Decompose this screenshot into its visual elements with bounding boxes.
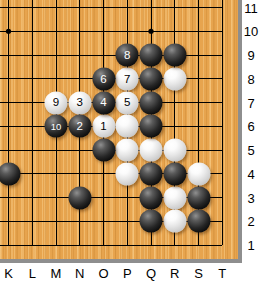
move-number-4: 4 bbox=[100, 97, 106, 109]
stone-black-o5[interactable] bbox=[92, 139, 115, 162]
star-point-q10 bbox=[148, 29, 153, 34]
go-board[interactable]: 93175102648 bbox=[0, 0, 238, 259]
star-point-k10 bbox=[6, 29, 11, 34]
stone-black-q8[interactable] bbox=[140, 67, 163, 90]
stone-black-n3[interactable] bbox=[68, 186, 91, 209]
coord-label-row-9: 9 bbox=[242, 48, 260, 63]
stone-white-r2[interactable] bbox=[163, 210, 186, 233]
stone-black-q6[interactable] bbox=[140, 115, 163, 138]
coord-label-col-o: O bbox=[98, 266, 108, 281]
stone-black-q3[interactable] bbox=[140, 186, 163, 209]
coord-label-row-6: 6 bbox=[242, 119, 260, 134]
stone-white-r3[interactable] bbox=[163, 186, 186, 209]
stone-black-q7[interactable] bbox=[140, 91, 163, 114]
stone-black-p9[interactable]: 8 bbox=[116, 44, 139, 67]
stone-white-p5[interactable] bbox=[116, 139, 139, 162]
coord-label-col-k: K bbox=[4, 266, 13, 281]
move-number-8: 8 bbox=[124, 49, 130, 61]
coord-label-row-3: 3 bbox=[242, 190, 260, 205]
stone-white-o6[interactable]: 1 bbox=[92, 115, 115, 138]
move-number-3: 3 bbox=[77, 97, 83, 109]
coord-label-row-2: 2 bbox=[242, 214, 260, 229]
coord-label-row-1: 1 bbox=[242, 238, 260, 253]
stone-black-r4[interactable] bbox=[163, 162, 186, 185]
coord-label-col-r: R bbox=[170, 266, 179, 281]
coord-label-row-8: 8 bbox=[242, 71, 260, 86]
stone-black-m6[interactable]: 10 bbox=[45, 115, 68, 138]
coord-label-col-q: Q bbox=[146, 266, 156, 281]
stone-white-n7[interactable]: 3 bbox=[68, 91, 91, 114]
move-number-10: 10 bbox=[51, 122, 62, 132]
coord-label-col-l: L bbox=[29, 266, 36, 281]
move-number-5: 5 bbox=[124, 97, 130, 109]
stone-black-s3[interactable] bbox=[187, 186, 210, 209]
stone-white-r5[interactable] bbox=[163, 139, 186, 162]
coord-label-row-7: 7 bbox=[242, 95, 260, 110]
stone-white-p4[interactable] bbox=[116, 162, 139, 185]
coord-label-row-10: 10 bbox=[242, 24, 260, 39]
stone-black-n6[interactable]: 2 bbox=[68, 115, 91, 138]
move-number-2: 2 bbox=[77, 121, 83, 133]
stone-white-p6[interactable] bbox=[116, 115, 139, 138]
move-number-6: 6 bbox=[100, 73, 106, 85]
stone-black-r9[interactable] bbox=[163, 44, 186, 67]
stone-white-p8[interactable]: 7 bbox=[116, 67, 139, 90]
stone-white-m7[interactable]: 9 bbox=[45, 91, 68, 114]
stone-white-r8[interactable] bbox=[163, 67, 186, 90]
coord-label-col-p: P bbox=[123, 266, 132, 281]
coord-label-row-5: 5 bbox=[242, 143, 260, 158]
move-number-7: 7 bbox=[124, 73, 130, 85]
coord-label-col-s: S bbox=[194, 266, 203, 281]
coord-label-col-t: T bbox=[218, 266, 226, 281]
move-number-1: 1 bbox=[100, 121, 106, 133]
stone-white-p7[interactable]: 5 bbox=[116, 91, 139, 114]
stone-black-o7[interactable]: 4 bbox=[92, 91, 115, 114]
stone-black-q2[interactable] bbox=[140, 210, 163, 233]
stone-black-q4[interactable] bbox=[140, 162, 163, 185]
stone-black-s2[interactable] bbox=[187, 210, 210, 233]
stone-black-q9[interactable] bbox=[140, 44, 163, 67]
stone-white-s4[interactable] bbox=[187, 162, 210, 185]
move-number-9: 9 bbox=[53, 97, 59, 109]
stone-white-q5[interactable] bbox=[140, 139, 163, 162]
stone-black-o8[interactable]: 6 bbox=[92, 67, 115, 90]
coord-label-col-n: N bbox=[75, 266, 84, 281]
go-diagram-screen: 93175102648 KLMNOPQRST 1110987654321 bbox=[0, 0, 260, 284]
coord-label-row-11: 11 bbox=[242, 0, 260, 15]
coord-label-col-m: M bbox=[51, 266, 62, 281]
coord-label-row-4: 4 bbox=[242, 166, 260, 181]
